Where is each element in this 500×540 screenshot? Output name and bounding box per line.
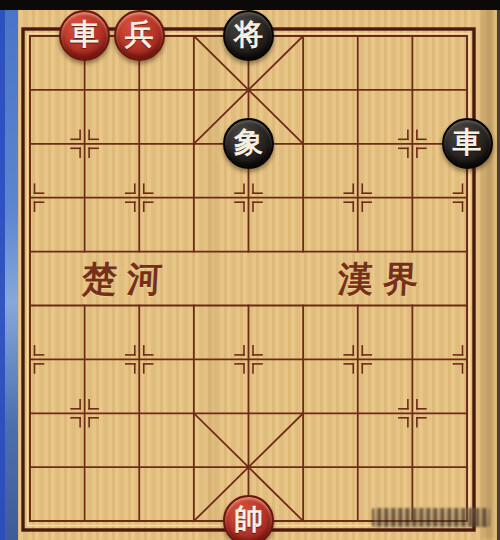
black-elephant[interactable]: 象: [223, 118, 274, 169]
left-blue-edge-dark-stripe: [0, 10, 5, 540]
red-chariot[interactable]: 車: [59, 10, 110, 61]
red-general-label: 帥: [234, 505, 263, 534]
red-soldier[interactable]: 兵: [114, 10, 165, 61]
black-general-label: 将: [234, 20, 263, 49]
top-black-bar: [0, 0, 500, 10]
red-general[interactable]: 帥: [223, 495, 274, 540]
black-elephant-label: 象: [234, 128, 263, 157]
black-general[interactable]: 将: [223, 10, 274, 61]
red-chariot-label: 車: [70, 20, 99, 49]
black-chariot[interactable]: 車: [442, 118, 493, 169]
red-soldier-label: 兵: [125, 20, 154, 49]
black-chariot-label: 車: [453, 128, 482, 157]
xiangqi-board[interactable]: 車兵将象車帥: [3, 9, 495, 540]
screenshot-frame: 楚河 漢界 車兵将象車帥: [0, 0, 500, 540]
watermark-blur: [372, 508, 490, 527]
